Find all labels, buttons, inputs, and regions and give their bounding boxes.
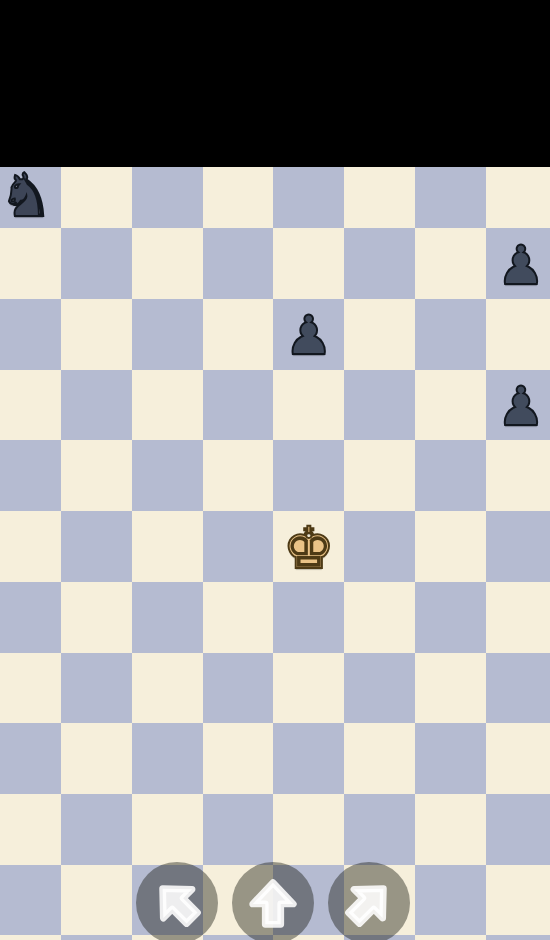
board-square — [415, 440, 486, 511]
board-square — [486, 935, 550, 940]
move-up-left-button[interactable] — [136, 862, 218, 940]
board-square — [415, 865, 486, 936]
game-screen: ♞♟♟♟♚ — [0, 0, 550, 940]
board-square — [203, 228, 274, 299]
board-square — [273, 228, 344, 299]
black-pawn[interactable]: ♟ — [486, 370, 550, 441]
board-square — [273, 794, 344, 865]
board-square — [486, 865, 550, 936]
board-square — [273, 723, 344, 794]
board-square — [132, 653, 203, 724]
board-square — [61, 653, 132, 724]
board-square — [486, 158, 550, 229]
board-square — [132, 794, 203, 865]
board-square — [344, 158, 415, 229]
board-square — [486, 582, 550, 653]
board-square — [344, 723, 415, 794]
board-square — [132, 440, 203, 511]
black-pawn[interactable]: ♟ — [273, 299, 344, 370]
board-square: ♟ — [486, 370, 550, 441]
board-square — [61, 723, 132, 794]
board-square — [132, 158, 203, 229]
move-up-button[interactable] — [232, 862, 314, 940]
board-square — [344, 370, 415, 441]
board-square — [61, 511, 132, 582]
board-square: ♟ — [486, 228, 550, 299]
black-knight[interactable]: ♞ — [0, 158, 61, 229]
board-square — [0, 794, 61, 865]
board-square: ♟ — [273, 299, 344, 370]
board-square — [0, 299, 61, 370]
board-square — [0, 582, 61, 653]
board-square — [415, 794, 486, 865]
board-square — [203, 299, 274, 370]
move-up-right-button[interactable] — [328, 862, 410, 940]
white-king[interactable]: ♚ — [273, 511, 344, 582]
up-right-arrow-icon — [340, 874, 398, 932]
board-square — [61, 794, 132, 865]
board-square — [415, 158, 486, 229]
board-square — [415, 299, 486, 370]
board-square — [61, 582, 132, 653]
board-square — [344, 511, 415, 582]
board-square — [415, 582, 486, 653]
board-square: ♚ — [273, 511, 344, 582]
board-square — [344, 794, 415, 865]
top-black-bar — [0, 0, 550, 167]
board-square — [486, 653, 550, 724]
board-square — [132, 228, 203, 299]
board-square — [203, 582, 274, 653]
board-square — [415, 935, 486, 940]
board-square — [273, 370, 344, 441]
board-square — [0, 865, 61, 936]
board-square — [203, 158, 274, 229]
board-square — [203, 440, 274, 511]
board-square — [0, 935, 61, 940]
board-square — [132, 370, 203, 441]
board-square — [415, 653, 486, 724]
board-square — [415, 511, 486, 582]
board-square — [61, 299, 132, 370]
board-square — [486, 794, 550, 865]
board-square — [344, 653, 415, 724]
board-square — [273, 158, 344, 229]
board-square — [344, 440, 415, 511]
board-square — [273, 582, 344, 653]
board-square — [203, 723, 274, 794]
board-square — [273, 440, 344, 511]
board-square — [415, 723, 486, 794]
board-square — [132, 582, 203, 653]
black-pawn[interactable]: ♟ — [486, 228, 550, 299]
board-square — [61, 935, 132, 940]
board-square — [61, 370, 132, 441]
board-square — [203, 794, 274, 865]
board-square: ♞ — [0, 158, 61, 229]
board-square — [486, 723, 550, 794]
up-left-arrow-icon — [148, 874, 206, 932]
board-square — [415, 228, 486, 299]
board-square — [344, 228, 415, 299]
board-square — [344, 299, 415, 370]
board-square — [0, 653, 61, 724]
board-square — [273, 653, 344, 724]
board-square — [61, 228, 132, 299]
board-square — [486, 440, 550, 511]
board-square — [61, 865, 132, 936]
chess-board: ♞♟♟♟♚ — [0, 158, 550, 940]
board-square — [203, 511, 274, 582]
board-square — [0, 228, 61, 299]
board-square — [415, 370, 486, 441]
board-square — [0, 723, 61, 794]
board-square — [61, 440, 132, 511]
board-square — [486, 299, 550, 370]
board-square — [0, 511, 61, 582]
up-arrow-icon — [244, 874, 302, 932]
board-square — [203, 370, 274, 441]
board-square — [344, 582, 415, 653]
board-square — [132, 723, 203, 794]
board-square — [0, 440, 61, 511]
board-square — [132, 299, 203, 370]
board-square — [0, 370, 61, 441]
board-square — [61, 158, 132, 229]
board-square — [132, 511, 203, 582]
board-square — [203, 653, 274, 724]
board-square — [486, 511, 550, 582]
